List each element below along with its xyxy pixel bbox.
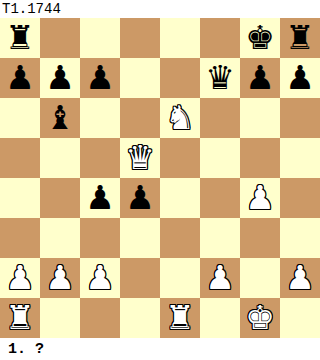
square-b4[interactable] [40,178,80,218]
square-h5[interactable] [280,138,320,178]
piece-black-rook[interactable]: ♜ [285,18,315,58]
square-e7[interactable] [160,58,200,98]
square-a2[interactable]: ♟ [0,258,40,298]
piece-black-king[interactable]: ♚ [245,18,275,58]
square-g5[interactable] [240,138,280,178]
piece-black-queen[interactable]: ♛ [205,58,235,98]
square-c7[interactable]: ♟ [80,58,120,98]
square-e5[interactable] [160,138,200,178]
square-h7[interactable]: ♟ [280,58,320,98]
square-b8[interactable] [40,18,80,58]
square-g6[interactable] [240,98,280,138]
square-e8[interactable] [160,18,200,58]
square-g7[interactable]: ♟ [240,58,280,98]
square-g8[interactable]: ♚ [240,18,280,58]
piece-white-knight[interactable]: ♞ [165,98,195,138]
square-c5[interactable] [80,138,120,178]
square-f6[interactable] [200,98,240,138]
square-f3[interactable] [200,218,240,258]
piece-white-queen[interactable]: ♛ [125,138,155,178]
piece-white-king[interactable]: ♚ [245,298,275,338]
piece-white-pawn[interactable]: ♟ [285,258,315,298]
piece-white-rook[interactable]: ♜ [5,298,35,338]
square-h8[interactable]: ♜ [280,18,320,58]
piece-white-pawn[interactable]: ♟ [45,258,75,298]
square-a6[interactable] [0,98,40,138]
square-h4[interactable] [280,178,320,218]
square-c2[interactable]: ♟ [80,258,120,298]
square-g1[interactable]: ♚ [240,298,280,338]
piece-black-pawn[interactable]: ♟ [85,58,115,98]
square-e3[interactable] [160,218,200,258]
square-b1[interactable] [40,298,80,338]
square-f8[interactable] [200,18,240,58]
piece-black-bishop[interactable]: ♝ [45,98,75,138]
square-b7[interactable]: ♟ [40,58,80,98]
square-f2[interactable]: ♟ [200,258,240,298]
square-c4[interactable]: ♟ [80,178,120,218]
square-f7[interactable]: ♛ [200,58,240,98]
square-f5[interactable] [200,138,240,178]
square-g3[interactable] [240,218,280,258]
square-d8[interactable] [120,18,160,58]
square-a1[interactable]: ♜ [0,298,40,338]
square-c8[interactable] [80,18,120,58]
piece-black-pawn[interactable]: ♟ [285,58,315,98]
square-h1[interactable] [280,298,320,338]
piece-black-rook[interactable]: ♜ [5,18,35,58]
piece-white-rook[interactable]: ♜ [165,298,195,338]
square-e4[interactable] [160,178,200,218]
square-c3[interactable] [80,218,120,258]
square-e1[interactable]: ♜ [160,298,200,338]
square-d3[interactable] [120,218,160,258]
square-c6[interactable] [80,98,120,138]
square-d7[interactable] [120,58,160,98]
chess-board: ♜♚♜♟♟♟♛♟♟♝♞♛♟♟♟♟♟♟♟♟♜♜♚ [0,18,320,338]
square-a3[interactable] [0,218,40,258]
move-prompt: 1. ? [0,341,44,358]
puzzle-id: T1.1744 [0,0,61,18]
square-d2[interactable] [120,258,160,298]
square-b2[interactable]: ♟ [40,258,80,298]
piece-white-pawn[interactable]: ♟ [205,258,235,298]
square-b3[interactable] [40,218,80,258]
square-a5[interactable] [0,138,40,178]
footer-bar: 1. ? [0,338,320,360]
square-f4[interactable] [200,178,240,218]
piece-black-pawn[interactable]: ♟ [45,58,75,98]
square-f1[interactable] [200,298,240,338]
square-d1[interactable] [120,298,160,338]
piece-white-pawn[interactable]: ♟ [85,258,115,298]
square-e6[interactable]: ♞ [160,98,200,138]
square-c1[interactable] [80,298,120,338]
square-a7[interactable]: ♟ [0,58,40,98]
square-a8[interactable]: ♜ [0,18,40,58]
square-g4[interactable]: ♟ [240,178,280,218]
square-h2[interactable]: ♟ [280,258,320,298]
square-h3[interactable] [280,218,320,258]
square-h6[interactable] [280,98,320,138]
square-g2[interactable] [240,258,280,298]
piece-white-pawn[interactable]: ♟ [5,258,35,298]
piece-black-pawn[interactable]: ♟ [245,58,275,98]
square-b5[interactable] [40,138,80,178]
square-d6[interactable] [120,98,160,138]
piece-black-pawn[interactable]: ♟ [5,58,35,98]
square-d4[interactable]: ♟ [120,178,160,218]
piece-black-pawn[interactable]: ♟ [85,178,115,218]
square-e2[interactable] [160,258,200,298]
piece-black-pawn[interactable]: ♟ [125,178,155,218]
header-bar: T1.1744 [0,0,320,18]
square-a4[interactable] [0,178,40,218]
square-b6[interactable]: ♝ [40,98,80,138]
square-d5[interactable]: ♛ [120,138,160,178]
piece-white-pawn[interactable]: ♟ [245,178,275,218]
